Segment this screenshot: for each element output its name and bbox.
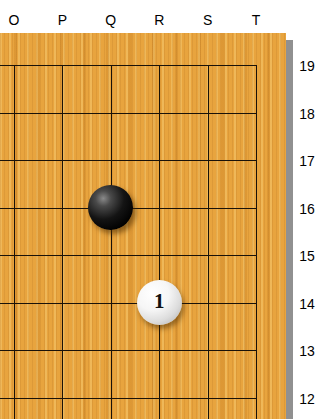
grid-line-row-14 [0,303,257,304]
grid-line-column-S [208,65,209,419]
grid-line-row-19 [0,65,257,66]
column-label-T: T [252,13,261,27]
grid-line-column-R [159,65,160,419]
row-label-18: 18 [299,107,315,121]
row-label-17: 17 [299,154,315,168]
row-label-14: 14 [299,297,315,311]
grid-line-row-12 [0,398,257,399]
grid-line-row-15 [0,255,257,256]
stone-move-number: 1 [154,291,165,312]
grid-line-row-13 [0,350,257,351]
white-stone-R14[interactable]: 1 [137,280,182,325]
row-label-13: 13 [299,344,315,358]
column-label-P: P [58,13,67,27]
column-label-S: S [203,13,212,27]
grid-line-row-18 [0,113,257,114]
grid-line-row-17 [0,160,257,161]
grid-line-column-P [62,65,63,419]
grid-line-column-O [14,65,15,419]
grid-line-column-Q [111,65,112,419]
column-label-R: R [154,13,164,27]
row-label-15: 15 [299,249,315,263]
grid-line-column-T [256,65,257,419]
row-label-16: 16 [299,202,315,216]
board-drop-shadow [286,40,293,419]
row-label-12: 12 [299,392,315,406]
column-label-Q: Q [105,13,116,27]
row-label-19: 19 [299,59,315,73]
go-board[interactable] [0,33,286,419]
go-board-diagram: OPQRST1918171615141312 1 [0,0,326,419]
column-label-O: O [9,13,20,27]
